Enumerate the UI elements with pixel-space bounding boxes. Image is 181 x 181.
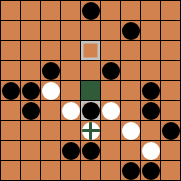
black-attacker-piece[interactable] bbox=[22, 102, 40, 120]
cell-r1-c6[interactable] bbox=[121, 21, 141, 41]
cell-r0-c6[interactable] bbox=[121, 1, 141, 21]
cell-r5-c7[interactable] bbox=[141, 101, 161, 121]
cell-r1-c8[interactable] bbox=[161, 21, 181, 41]
cell-r8-c5[interactable] bbox=[101, 161, 121, 181]
cell-r3-c8[interactable] bbox=[161, 61, 181, 81]
white-defender-piece[interactable] bbox=[142, 142, 160, 160]
cell-r2-c3[interactable] bbox=[61, 41, 81, 61]
cell-r1-c1[interactable] bbox=[21, 21, 41, 41]
cell-r8-c2[interactable] bbox=[41, 161, 61, 181]
cell-r0-c8[interactable] bbox=[161, 1, 181, 21]
black-attacker-piece[interactable] bbox=[2, 82, 20, 100]
cell-r8-c4[interactable] bbox=[81, 161, 101, 181]
cell-r4-c3[interactable] bbox=[61, 81, 81, 101]
cell-r8-c8[interactable] bbox=[161, 161, 181, 181]
cell-r5-c8[interactable] bbox=[161, 101, 181, 121]
cell-r8-c6[interactable] bbox=[121, 161, 141, 181]
cell-r0-c0[interactable] bbox=[1, 1, 21, 21]
cell-r7-c0[interactable] bbox=[1, 141, 21, 161]
cell-r6-c7[interactable] bbox=[141, 121, 161, 141]
cell-r1-c0[interactable] bbox=[1, 21, 21, 41]
cell-r1-c7[interactable] bbox=[141, 21, 161, 41]
cell-r6-c5[interactable] bbox=[101, 121, 121, 141]
white-defender-piece[interactable] bbox=[102, 102, 120, 120]
black-attacker-piece[interactable] bbox=[82, 142, 100, 160]
cell-r7-c8[interactable] bbox=[161, 141, 181, 161]
black-attacker-piece[interactable] bbox=[102, 62, 120, 80]
cell-r4-c8[interactable] bbox=[161, 81, 181, 101]
black-attacker-piece[interactable] bbox=[62, 142, 80, 160]
black-attacker-piece[interactable] bbox=[82, 102, 100, 120]
cell-r0-c7[interactable] bbox=[141, 1, 161, 21]
cell-r2-c1[interactable] bbox=[21, 41, 41, 61]
cell-r3-c6[interactable] bbox=[121, 61, 141, 81]
cell-r8-c7[interactable] bbox=[141, 161, 161, 181]
cell-r0-c5[interactable] bbox=[101, 1, 121, 21]
cell-r4-c0[interactable] bbox=[1, 81, 21, 101]
cell-r4-c6[interactable] bbox=[121, 81, 141, 101]
cell-r0-c3[interactable] bbox=[61, 1, 81, 21]
cell-r0-c1[interactable] bbox=[21, 1, 41, 21]
king-cross-icon bbox=[82, 129, 100, 132]
cell-r6-c3[interactable] bbox=[61, 121, 81, 141]
black-attacker-piece[interactable] bbox=[142, 102, 160, 120]
cell-r6-c1[interactable] bbox=[21, 121, 41, 141]
cell-r4-c2[interactable] bbox=[41, 81, 61, 101]
throne-cell[interactable] bbox=[81, 81, 101, 101]
cell-r8-c0[interactable] bbox=[1, 161, 21, 181]
cell-r7-c6[interactable] bbox=[121, 141, 141, 161]
cell-r4-c5[interactable] bbox=[101, 81, 121, 101]
cell-r1-c3[interactable] bbox=[61, 21, 81, 41]
cell-r6-c8[interactable] bbox=[161, 121, 181, 141]
cell-r8-c3[interactable] bbox=[61, 161, 81, 181]
cell-r5-c0[interactable] bbox=[1, 101, 21, 121]
cell-r7-c5[interactable] bbox=[101, 141, 121, 161]
cell-r2-c5[interactable] bbox=[101, 41, 121, 61]
black-attacker-piece[interactable] bbox=[122, 22, 140, 40]
cell-r5-c2[interactable] bbox=[41, 101, 61, 121]
black-attacker-piece[interactable] bbox=[82, 2, 100, 20]
black-attacker-piece[interactable] bbox=[122, 162, 140, 180]
white-defender-piece[interactable] bbox=[62, 102, 80, 120]
cell-r7-c7[interactable] bbox=[141, 141, 161, 161]
cell-r5-c6[interactable] bbox=[121, 101, 141, 121]
cell-r6-c4[interactable] bbox=[81, 121, 101, 141]
cell-r5-c1[interactable] bbox=[21, 101, 41, 121]
cell-r2-c0[interactable] bbox=[1, 41, 21, 61]
cell-r3-c3[interactable] bbox=[61, 61, 81, 81]
black-attacker-piece[interactable] bbox=[142, 82, 160, 100]
black-attacker-piece[interactable] bbox=[42, 62, 60, 80]
black-attacker-piece[interactable] bbox=[142, 162, 160, 180]
cell-r5-c5[interactable] bbox=[101, 101, 121, 121]
cell-r2-c2[interactable] bbox=[41, 41, 61, 61]
cell-r1-c4[interactable] bbox=[81, 21, 101, 41]
cell-r2-c8[interactable] bbox=[161, 41, 181, 61]
cell-r6-c2[interactable] bbox=[41, 121, 61, 141]
cell-r3-c1[interactable] bbox=[21, 61, 41, 81]
cell-r6-c6[interactable] bbox=[121, 121, 141, 141]
cell-r4-c1[interactable] bbox=[21, 81, 41, 101]
cell-r0-c4[interactable] bbox=[81, 1, 101, 21]
cell-r3-c0[interactable] bbox=[1, 61, 21, 81]
white-defender-piece[interactable] bbox=[122, 122, 140, 140]
king-piece[interactable] bbox=[82, 122, 100, 140]
cell-r3-c2[interactable] bbox=[41, 61, 61, 81]
cell-r7-c2[interactable] bbox=[41, 141, 61, 161]
cell-r7-c4[interactable] bbox=[81, 141, 101, 161]
black-attacker-piece[interactable] bbox=[22, 82, 40, 100]
cell-r8-c1[interactable] bbox=[21, 161, 41, 181]
cell-r1-c2[interactable] bbox=[41, 21, 61, 41]
cell-r4-c7[interactable] bbox=[141, 81, 161, 101]
cell-r3-c7[interactable] bbox=[141, 61, 161, 81]
cell-r2-c7[interactable] bbox=[141, 41, 161, 61]
cell-r2-c6[interactable] bbox=[121, 41, 141, 61]
cell-r1-c5[interactable] bbox=[101, 21, 121, 41]
cell-r7-c1[interactable] bbox=[21, 141, 41, 161]
cell-r0-c2[interactable] bbox=[41, 1, 61, 21]
cell-r7-c3[interactable] bbox=[61, 141, 81, 161]
white-defender-piece[interactable] bbox=[42, 82, 60, 100]
tablut-board bbox=[0, 0, 181, 181]
cell-r3-c4[interactable] bbox=[81, 61, 101, 81]
black-attacker-piece[interactable] bbox=[162, 122, 180, 140]
cell-r6-c0[interactable] bbox=[1, 121, 21, 141]
cell-r2-c4[interactable] bbox=[81, 41, 101, 61]
cell-r3-c5[interactable] bbox=[101, 61, 121, 81]
cell-r5-c4[interactable] bbox=[81, 101, 101, 121]
cell-r5-c3[interactable] bbox=[61, 101, 81, 121]
